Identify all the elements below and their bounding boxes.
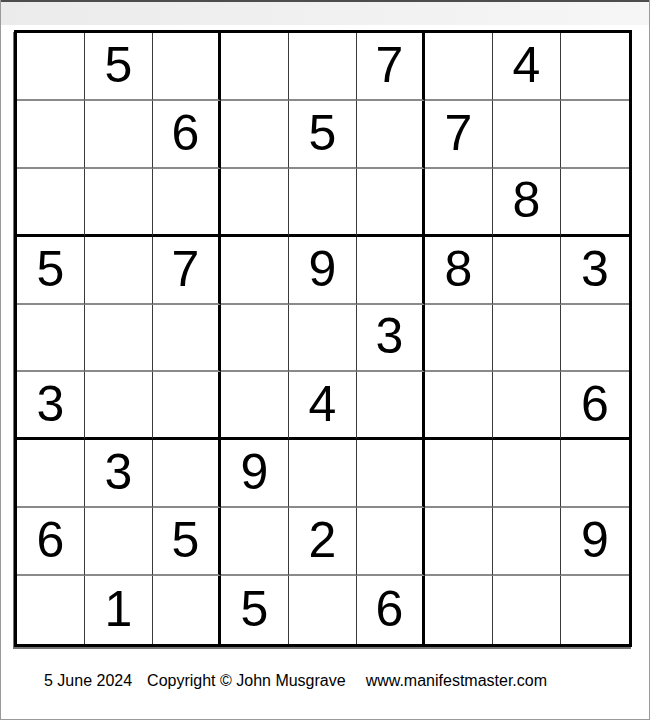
cell-r3c1[interactable] bbox=[17, 169, 85, 237]
cell-r8c6[interactable] bbox=[357, 508, 425, 576]
cell-r2c5[interactable]: 5 bbox=[289, 101, 357, 169]
cell-r3c2[interactable] bbox=[85, 169, 153, 237]
cell-r5c3[interactable] bbox=[153, 305, 221, 373]
cell-r5c2[interactable] bbox=[85, 305, 153, 373]
cell-r2c4[interactable] bbox=[221, 101, 289, 169]
cell-r6c8[interactable] bbox=[493, 372, 561, 440]
cell-r6c9[interactable]: 6 bbox=[561, 372, 629, 440]
cell-r8c4[interactable] bbox=[221, 508, 289, 576]
cell-r6c6[interactable] bbox=[357, 372, 425, 440]
footer: 5 June 2024 Copyright © John Musgrave ww… bbox=[44, 672, 547, 690]
sudoku-board: 5746578579833346396529156 bbox=[14, 30, 632, 647]
cell-r7c8[interactable] bbox=[493, 440, 561, 508]
cell-r3c6[interactable] bbox=[357, 169, 425, 237]
cell-r4c1[interactable]: 5 bbox=[17, 237, 85, 305]
cell-r7c4[interactable]: 9 bbox=[221, 440, 289, 508]
cell-r1c8[interactable]: 4 bbox=[493, 33, 561, 101]
cell-r8c7[interactable] bbox=[425, 508, 493, 576]
cell-r7c6[interactable] bbox=[357, 440, 425, 508]
cell-r1c7[interactable] bbox=[425, 33, 493, 101]
cell-r9c3[interactable] bbox=[153, 576, 221, 644]
cell-r6c4[interactable] bbox=[221, 372, 289, 440]
cell-r1c4[interactable] bbox=[221, 33, 289, 101]
cell-r1c5[interactable] bbox=[289, 33, 357, 101]
cell-r9c5[interactable] bbox=[289, 576, 357, 644]
cell-r1c2[interactable]: 5 bbox=[85, 33, 153, 101]
cell-r8c1[interactable]: 6 bbox=[17, 508, 85, 576]
cell-r8c8[interactable] bbox=[493, 508, 561, 576]
cell-r5c9[interactable] bbox=[561, 305, 629, 373]
cell-r8c3[interactable]: 5 bbox=[153, 508, 221, 576]
cell-r4c7[interactable]: 8 bbox=[425, 237, 493, 305]
cell-r2c6[interactable] bbox=[357, 101, 425, 169]
cell-r4c2[interactable] bbox=[85, 237, 153, 305]
cell-r7c2[interactable]: 3 bbox=[85, 440, 153, 508]
cell-r2c2[interactable] bbox=[85, 101, 153, 169]
footer-date: 5 June 2024 bbox=[44, 672, 132, 690]
cell-r5c1[interactable] bbox=[17, 305, 85, 373]
cell-r2c9[interactable] bbox=[561, 101, 629, 169]
cell-r9c7[interactable] bbox=[425, 576, 493, 644]
cell-r4c5[interactable]: 9 bbox=[289, 237, 357, 305]
cell-r5c4[interactable] bbox=[221, 305, 289, 373]
cell-r9c1[interactable] bbox=[17, 576, 85, 644]
cell-r5c6[interactable]: 3 bbox=[357, 305, 425, 373]
cell-r6c3[interactable] bbox=[153, 372, 221, 440]
header-band bbox=[1, 0, 649, 25]
cell-r3c4[interactable] bbox=[221, 169, 289, 237]
cell-r7c9[interactable] bbox=[561, 440, 629, 508]
cell-r7c3[interactable] bbox=[153, 440, 221, 508]
cell-r9c4[interactable]: 5 bbox=[221, 576, 289, 644]
cell-r3c8[interactable]: 8 bbox=[493, 169, 561, 237]
cell-r2c1[interactable] bbox=[17, 101, 85, 169]
cell-r6c1[interactable]: 3 bbox=[17, 372, 85, 440]
cell-r5c8[interactable] bbox=[493, 305, 561, 373]
cell-r6c2[interactable] bbox=[85, 372, 153, 440]
cell-r9c9[interactable] bbox=[561, 576, 629, 644]
cell-r5c5[interactable] bbox=[289, 305, 357, 373]
cell-r2c7[interactable]: 7 bbox=[425, 101, 493, 169]
cell-r9c6[interactable]: 6 bbox=[357, 576, 425, 644]
cell-r8c2[interactable] bbox=[85, 508, 153, 576]
cell-r6c7[interactable] bbox=[425, 372, 493, 440]
cell-r1c1[interactable] bbox=[17, 33, 85, 101]
cell-r4c6[interactable] bbox=[357, 237, 425, 305]
cell-r4c4[interactable] bbox=[221, 237, 289, 305]
cell-r5c7[interactable] bbox=[425, 305, 493, 373]
cell-r7c7[interactable] bbox=[425, 440, 493, 508]
cell-r7c1[interactable] bbox=[17, 440, 85, 508]
cell-r8c5[interactable]: 2 bbox=[289, 508, 357, 576]
footer-copyright: Copyright © John Musgrave bbox=[147, 672, 346, 690]
cell-r1c3[interactable] bbox=[153, 33, 221, 101]
cell-r4c9[interactable]: 3 bbox=[561, 237, 629, 305]
cell-r9c2[interactable]: 1 bbox=[85, 576, 153, 644]
cell-r1c6[interactable]: 7 bbox=[357, 33, 425, 101]
cell-r2c3[interactable]: 6 bbox=[153, 101, 221, 169]
page: 5746578579833346396529156 5 June 2024 Co… bbox=[0, 0, 650, 720]
cell-r4c3[interactable]: 7 bbox=[153, 237, 221, 305]
cell-r3c5[interactable] bbox=[289, 169, 357, 237]
cell-r3c7[interactable] bbox=[425, 169, 493, 237]
cell-r3c3[interactable] bbox=[153, 169, 221, 237]
footer-website: www.manifestmaster.com bbox=[366, 672, 547, 690]
cell-r9c8[interactable] bbox=[493, 576, 561, 644]
cell-r7c5[interactable] bbox=[289, 440, 357, 508]
cell-r6c5[interactable]: 4 bbox=[289, 372, 357, 440]
cell-r4c8[interactable] bbox=[493, 237, 561, 305]
cell-r8c9[interactable]: 9 bbox=[561, 508, 629, 576]
cell-r3c9[interactable] bbox=[561, 169, 629, 237]
cell-r2c8[interactable] bbox=[493, 101, 561, 169]
cell-r1c9[interactable] bbox=[561, 33, 629, 101]
